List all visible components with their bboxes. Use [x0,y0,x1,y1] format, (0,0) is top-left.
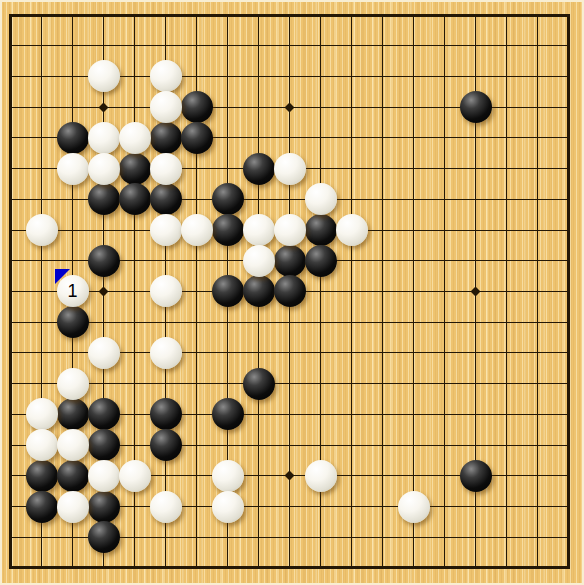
white-stone[interactable] [57,491,89,523]
grid-line [351,14,352,570]
grid-line [444,14,445,570]
white-stone[interactable] [150,91,182,123]
black-stone[interactable] [150,122,182,154]
black-stone[interactable] [305,245,337,277]
white-stone[interactable] [243,214,275,246]
go-board[interactable]: 1 [0,0,584,585]
black-stone[interactable] [181,91,213,123]
white-stone[interactable] [150,337,182,369]
white-stone[interactable] [150,491,182,523]
white-stone[interactable] [88,460,120,492]
white-stone[interactable]: 1 [57,275,89,307]
white-stone[interactable] [274,153,306,185]
grid-line [537,14,538,570]
black-stone[interactable] [212,214,244,246]
black-stone[interactable] [274,245,306,277]
white-stone[interactable] [181,214,213,246]
black-stone[interactable] [88,183,120,215]
white-stone[interactable] [88,153,120,185]
black-stone[interactable] [57,398,89,430]
white-stone[interactable] [212,491,244,523]
white-stone[interactable] [57,429,89,461]
move-number-label: 1 [57,275,89,307]
white-stone[interactable] [274,214,306,246]
white-stone[interactable] [305,183,337,215]
white-stone[interactable] [88,122,120,154]
black-stone[interactable] [150,429,182,461]
black-stone[interactable] [150,183,182,215]
black-stone[interactable] [26,460,58,492]
white-stone[interactable] [26,398,58,430]
black-stone[interactable] [212,183,244,215]
black-stone[interactable] [460,91,492,123]
black-stone[interactable] [57,460,89,492]
grid-line [9,566,570,569]
black-stone[interactable] [88,245,120,277]
white-stone[interactable] [57,153,89,185]
white-stone[interactable] [150,275,182,307]
grid-line [506,14,507,570]
white-stone[interactable] [336,214,368,246]
black-stone[interactable] [57,306,89,338]
black-stone[interactable] [212,398,244,430]
black-stone[interactable] [119,153,151,185]
grid-line [382,14,383,570]
star-point [99,287,109,297]
black-stone[interactable] [243,368,275,400]
star-point [285,102,295,112]
white-stone[interactable] [212,460,244,492]
black-stone[interactable] [26,491,58,523]
white-stone[interactable] [119,122,151,154]
white-stone[interactable] [88,337,120,369]
black-stone[interactable] [305,214,337,246]
black-stone[interactable] [181,122,213,154]
white-stone[interactable] [119,460,151,492]
black-stone[interactable] [88,491,120,523]
black-stone[interactable] [243,153,275,185]
white-stone[interactable] [150,153,182,185]
star-point [99,102,109,112]
black-stone[interactable] [88,521,120,553]
black-stone[interactable] [460,460,492,492]
black-stone[interactable] [88,429,120,461]
black-stone[interactable] [119,183,151,215]
grid-line [413,14,414,570]
white-stone[interactable] [305,460,337,492]
white-stone[interactable] [26,429,58,461]
black-stone[interactable] [212,275,244,307]
white-stone[interactable] [150,60,182,92]
star-point [471,287,481,297]
white-stone[interactable] [243,245,275,277]
star-point [285,471,295,481]
white-stone[interactable] [398,491,430,523]
black-stone[interactable] [57,122,89,154]
grid-line [567,14,570,570]
black-stone[interactable] [243,275,275,307]
white-stone[interactable] [150,214,182,246]
black-stone[interactable] [150,398,182,430]
grid-line [9,383,570,384]
black-stone[interactable] [274,275,306,307]
grid-line [9,322,570,323]
white-stone[interactable] [57,368,89,400]
black-stone[interactable] [88,398,120,430]
white-stone[interactable] [88,60,120,92]
white-stone[interactable] [26,214,58,246]
